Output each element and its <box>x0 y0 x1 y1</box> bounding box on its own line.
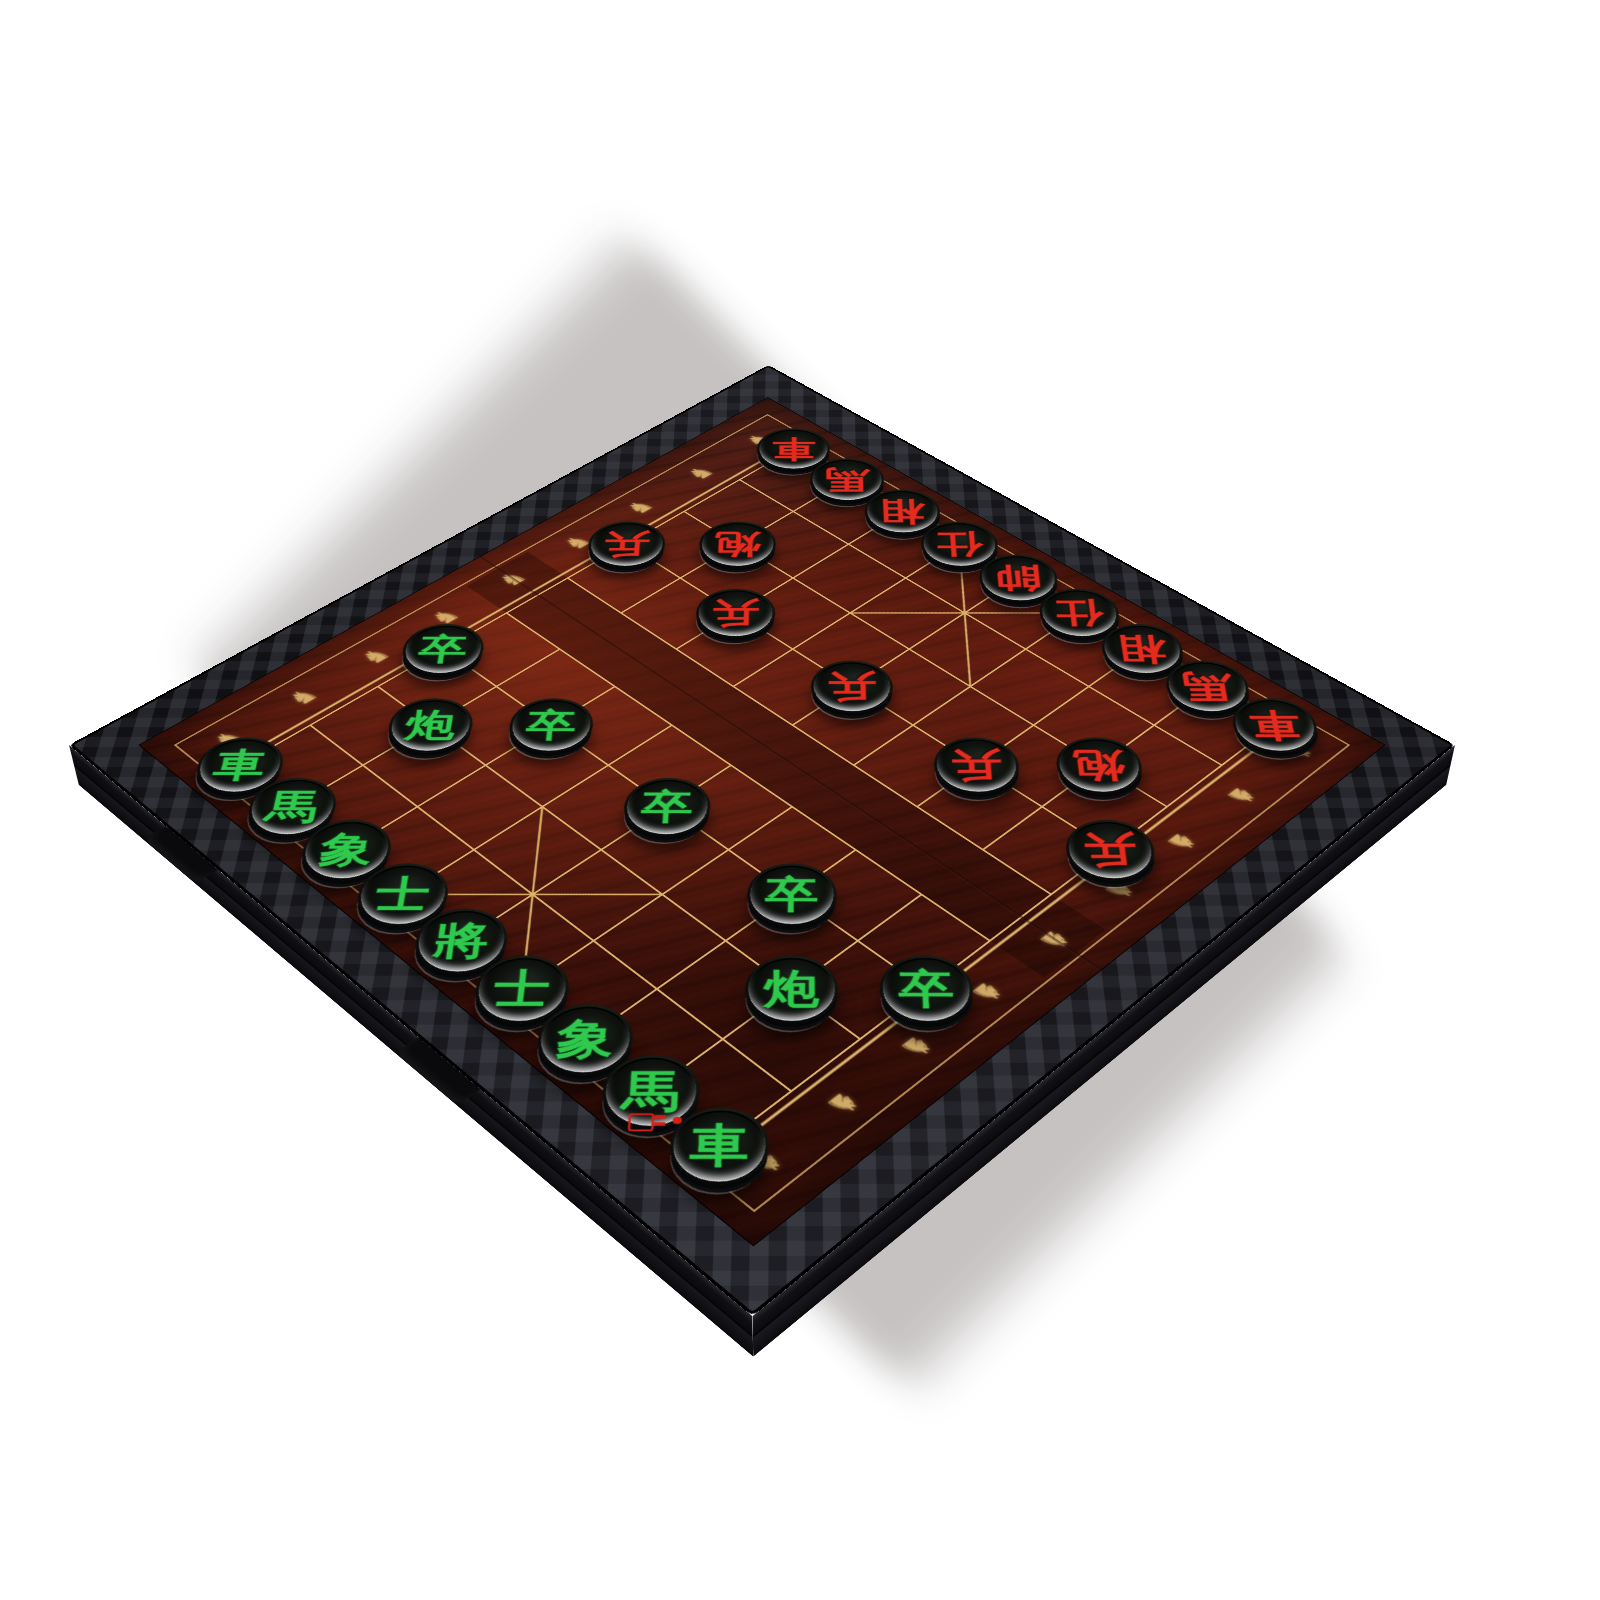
piece-character: 兵 <box>932 737 1021 793</box>
piece-character: 士 <box>352 863 452 926</box>
piece-green-advisor: 士 <box>456 942 588 1038</box>
piece-green-advisor: 士 <box>340 851 467 940</box>
piece-green-elephant: 象 <box>518 990 652 1090</box>
piece-red-soldier: 兵 <box>916 726 1036 806</box>
piece-gloss-highlight <box>538 1007 632 1073</box>
piece-character: 兵 <box>1063 820 1159 881</box>
xiangqi-board: ♞♞♞♞♞♞♞♞♞ ♞♞♞♞♞♞♞♞♞ 車馬象士將士象馬車炮炮卒卒卒卒卒兵兵兵兵… <box>69 365 1455 1316</box>
piece-character: 兵 <box>586 521 666 567</box>
piece-green-soldier: 卒 <box>861 942 993 1038</box>
piece-gloss-highlight <box>882 958 972 1021</box>
piece-character: 卒 <box>622 778 712 836</box>
product-photo-stage: ♞♞♞♞♞♞♞♞♞ ♞♞♞♞♞♞♞♞♞ 車馬象士將士象馬車炮炮卒卒卒卒卒兵兵兵兵… <box>0 0 1600 1600</box>
stamp-shape <box>672 1117 682 1124</box>
piece-gloss-highlight <box>748 958 835 1021</box>
piece-red-cannon: 炮 <box>1039 726 1159 806</box>
board-frame: ♞♞♞♞♞♞♞♞♞ ♞♞♞♞♞♞♞♞♞ 車馬象士將士象馬車炮炮卒卒卒卒卒兵兵兵兵… <box>69 365 1455 1316</box>
piece-character: 炮 <box>384 698 476 752</box>
piece-character: 象 <box>534 1004 635 1075</box>
piece-red-soldier: 兵 <box>1048 808 1172 894</box>
piece-character: 車 <box>1228 698 1323 752</box>
piece-green-horse: 馬 <box>583 1040 720 1144</box>
piece-character: 車 <box>190 737 289 793</box>
horse-chariot-ornament-icon: ♞ <box>1098 875 1141 905</box>
piece-character: 炮 <box>1054 737 1146 793</box>
piece-character: 卒 <box>746 863 837 926</box>
piece-green-cannon: 炮 <box>726 942 858 1038</box>
piece-gloss-highlight <box>604 1058 698 1126</box>
piece-gloss-highlight <box>356 866 449 924</box>
piece-character: 兵 <box>811 661 894 714</box>
piece-gloss-highlight <box>246 780 338 834</box>
hinge-tab <box>143 826 218 883</box>
piece-gloss-highlight <box>936 739 1019 791</box>
piece-gloss-highlight <box>1066 822 1155 878</box>
board-surface: ♞♞♞♞♞♞♞♞♞ ♞♞♞♞♞♞♞♞♞ 車馬象士將士象馬車炮炮卒卒卒卒卒兵兵兵兵… <box>140 398 1385 1245</box>
hinge-tab <box>395 1037 480 1105</box>
piece-green-cannon: 炮 <box>372 687 490 764</box>
piece-green-chariot: 車 <box>180 726 300 806</box>
horse-chariot-ornament-icon: ♞ <box>1220 782 1261 810</box>
piece-character: 卒 <box>879 956 975 1024</box>
piece-character: 炮 <box>698 521 776 567</box>
piece-character: 卒 <box>398 624 487 675</box>
stamp-shape <box>654 1122 666 1126</box>
horse-chariot-ornament-icon: ♞ <box>894 1029 940 1063</box>
piece-character: 將 <box>411 909 511 974</box>
piece-character: 兵 <box>695 589 776 638</box>
stamp-shape <box>628 1113 655 1131</box>
piece-character: 象 <box>296 820 395 881</box>
piece-gloss-highlight <box>300 822 392 878</box>
brand-stamp-icon <box>627 1110 682 1137</box>
piece-gloss-highlight <box>194 739 285 791</box>
horse-chariot-ornament-icon: ♞ <box>964 976 1009 1009</box>
piece-green-soldier: 卒 <box>729 851 856 940</box>
piece-green-general: 將 <box>397 895 526 987</box>
piece-green-chariot: 車 <box>650 1092 790 1200</box>
piece-gloss-highlight <box>750 866 834 924</box>
horse-chariot-ornament-icon: ♞ <box>1160 827 1202 856</box>
piece-red-chariot: 車 <box>1216 687 1334 764</box>
piece-character: 車 <box>668 1108 769 1185</box>
piece-character: 卒 <box>506 698 595 752</box>
piece-gloss-highlight <box>672 1110 766 1181</box>
piece-red-soldier: 兵 <box>680 579 792 648</box>
piece-gloss-highlight <box>1057 739 1143 791</box>
piece-grid: 車馬象士將士象馬車炮炮卒卒卒卒卒兵兵兵兵兵炮炮車馬相仕帥仕相馬車 <box>179 419 1335 1202</box>
horse-chariot-ornament-icon: ♞ <box>1032 924 1076 955</box>
piece-red-cannon: 炮 <box>684 512 792 577</box>
horse-chariot-ornament-icon: ♞ <box>742 1144 790 1181</box>
perspective-scene: ♞♞♞♞♞♞♞♞♞ ♞♞♞♞♞♞♞♞♞ 車馬象士將士象馬車炮炮卒卒卒卒卒兵兵兵兵… <box>0 0 1600 1600</box>
piece-gloss-highlight <box>475 958 568 1021</box>
stamp-shape <box>654 1115 666 1119</box>
piece-gloss-highlight <box>414 911 507 972</box>
piece-gloss-highlight <box>625 780 708 834</box>
piece-character: 炮 <box>744 956 838 1024</box>
piece-green-elephant: 象 <box>285 808 409 894</box>
piece-character: 士 <box>471 956 572 1024</box>
piece-red-soldier: 兵 <box>794 650 910 724</box>
piece-green-soldier: 卒 <box>492 687 610 764</box>
piece-green-horse: 馬 <box>231 766 353 849</box>
horse-chariot-ornament-icon: ♞ <box>819 1085 866 1121</box>
piece-character: 馬 <box>242 778 341 836</box>
piece-character: 馬 <box>600 1055 701 1129</box>
piece-green-soldier: 卒 <box>606 766 728 849</box>
